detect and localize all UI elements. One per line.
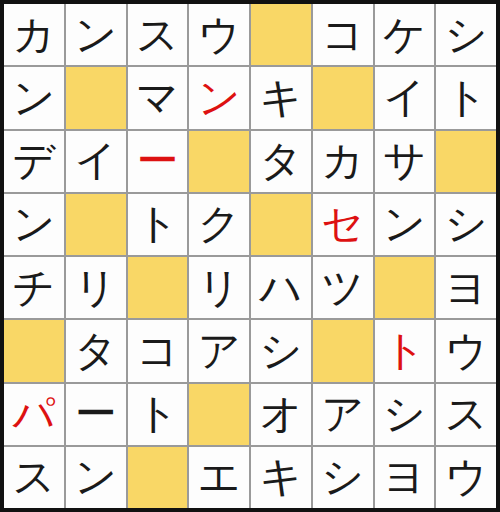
letter-cell-r3c2[interactable]: イ	[66, 131, 126, 192]
letter-cell-r4c4[interactable]: ク	[189, 194, 249, 255]
letter-cell-r8c8[interactable]: ウ	[436, 447, 496, 508]
letter-cell-r3c1[interactable]: デ	[4, 131, 64, 192]
letter-cell-r8c4[interactable]: エ	[189, 447, 249, 508]
letter-cell-r2c7[interactable]: イ	[375, 67, 435, 128]
letter-cell-r2c4[interactable]: ン	[189, 67, 249, 128]
letter-cell-r4c8[interactable]: シ	[436, 194, 496, 255]
letter-cell-r6c7[interactable]: ト	[375, 320, 435, 381]
letter-cell-r7c6[interactable]: ア	[313, 384, 373, 445]
letter-cell-r3c5[interactable]: タ	[251, 131, 311, 192]
letter-cell-r7c1[interactable]: パ	[4, 384, 64, 445]
kana-crossword-board: カンスウコケシンマンキイトデイータカサントクセンシチリリハツヨタコアシトウパート…	[0, 0, 500, 512]
letter-cell-r6c4[interactable]: ア	[189, 320, 249, 381]
letter-cell-r4c1[interactable]: ン	[4, 194, 64, 255]
letter-cell-r1c3[interactable]: ス	[128, 4, 188, 65]
letter-cell-r5c2[interactable]: リ	[66, 257, 126, 318]
blocked-cell-r3c4	[189, 131, 249, 192]
letter-cell-r8c1[interactable]: ス	[4, 447, 64, 508]
blocked-cell-r1c5	[251, 4, 311, 65]
blocked-cell-r2c2	[66, 67, 126, 128]
letter-cell-r1c2[interactable]: ン	[66, 4, 126, 65]
letter-cell-r8c2[interactable]: ン	[66, 447, 126, 508]
blocked-cell-r4c2	[66, 194, 126, 255]
letter-cell-r8c5[interactable]: キ	[251, 447, 311, 508]
letter-cell-r4c3[interactable]: ト	[128, 194, 188, 255]
letter-cell-r4c7[interactable]: ン	[375, 194, 435, 255]
blocked-cell-r2c6	[313, 67, 373, 128]
blocked-cell-r7c4	[189, 384, 249, 445]
letter-cell-r2c5[interactable]: キ	[251, 67, 311, 128]
letter-cell-r1c1[interactable]: カ	[4, 4, 64, 65]
letter-cell-r3c7[interactable]: サ	[375, 131, 435, 192]
letter-cell-r8c7[interactable]: ヨ	[375, 447, 435, 508]
letter-cell-r7c5[interactable]: オ	[251, 384, 311, 445]
letter-cell-r7c3[interactable]: ト	[128, 384, 188, 445]
letter-cell-r1c8[interactable]: シ	[436, 4, 496, 65]
letter-cell-r1c7[interactable]: ケ	[375, 4, 435, 65]
letter-cell-r5c1[interactable]: チ	[4, 257, 64, 318]
letter-cell-r1c6[interactable]: コ	[313, 4, 373, 65]
blocked-cell-r6c1	[4, 320, 64, 381]
letter-cell-r2c3[interactable]: マ	[128, 67, 188, 128]
letter-cell-r3c6[interactable]: カ	[313, 131, 373, 192]
letter-cell-r3c3[interactable]: ー	[128, 131, 188, 192]
letter-cell-r4c6[interactable]: セ	[313, 194, 373, 255]
letter-cell-r2c1[interactable]: ン	[4, 67, 64, 128]
blocked-cell-r5c7	[375, 257, 435, 318]
letter-cell-r7c8[interactable]: ス	[436, 384, 496, 445]
blocked-cell-r6c6	[313, 320, 373, 381]
letter-cell-r6c5[interactable]: シ	[251, 320, 311, 381]
letter-cell-r5c8[interactable]: ヨ	[436, 257, 496, 318]
letter-cell-r8c6[interactable]: シ	[313, 447, 373, 508]
letter-cell-r5c5[interactable]: ハ	[251, 257, 311, 318]
blocked-cell-r4c5	[251, 194, 311, 255]
letter-cell-r5c4[interactable]: リ	[189, 257, 249, 318]
letter-cell-r6c2[interactable]: タ	[66, 320, 126, 381]
blocked-cell-r8c3	[128, 447, 188, 508]
letter-cell-r2c8[interactable]: ト	[436, 67, 496, 128]
letter-cell-r6c3[interactable]: コ	[128, 320, 188, 381]
letter-cell-r1c4[interactable]: ウ	[189, 4, 249, 65]
letter-cell-r7c7[interactable]: シ	[375, 384, 435, 445]
letter-cell-r7c2[interactable]: ー	[66, 384, 126, 445]
blocked-cell-r3c8	[436, 131, 496, 192]
letter-cell-r5c6[interactable]: ツ	[313, 257, 373, 318]
blocked-cell-r5c3	[128, 257, 188, 318]
letter-cell-r6c8[interactable]: ウ	[436, 320, 496, 381]
